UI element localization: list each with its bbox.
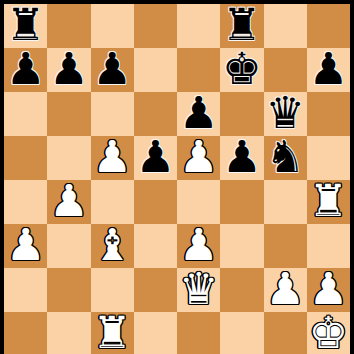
- square-h4[interactable]: ♜: [307, 180, 350, 224]
- piece-white-rook[interactable]: ♜: [92, 311, 131, 354]
- square-f1[interactable]: [220, 312, 263, 354]
- square-e1[interactable]: [177, 312, 220, 354]
- square-d2[interactable]: [134, 268, 177, 312]
- piece-black-rook[interactable]: ♜: [222, 3, 261, 47]
- piece-black-king[interactable]: ♚: [222, 47, 261, 91]
- square-f2[interactable]: [220, 268, 263, 312]
- square-g2[interactable]: ♟: [264, 268, 307, 312]
- piece-white-pawn[interactable]: ♟: [265, 267, 304, 311]
- piece-white-pawn[interactable]: ♟: [179, 135, 218, 179]
- square-d7[interactable]: [134, 48, 177, 92]
- piece-black-pawn[interactable]: ♟: [179, 91, 218, 135]
- square-h2[interactable]: ♟: [307, 268, 350, 312]
- square-f3[interactable]: [220, 224, 263, 268]
- square-c4[interactable]: [91, 180, 134, 224]
- square-a8[interactable]: ♜: [4, 4, 47, 48]
- square-e2[interactable]: ♛: [177, 268, 220, 312]
- square-f4[interactable]: [220, 180, 263, 224]
- piece-white-king[interactable]: ♚: [309, 311, 348, 354]
- square-g5[interactable]: ♞: [264, 136, 307, 180]
- piece-black-queen[interactable]: ♛: [265, 91, 304, 135]
- square-b1[interactable]: [47, 312, 90, 354]
- square-f5[interactable]: ♟: [220, 136, 263, 180]
- square-c1[interactable]: ♜: [91, 312, 134, 354]
- square-d1[interactable]: [134, 312, 177, 354]
- chess-board-frame: ♜♜♟♟♟♚♟♟♛♟♟♟♟♞♟♜♟♝♟♛♟♟♜♚: [0, 0, 354, 354]
- square-b8[interactable]: [47, 4, 90, 48]
- square-f8[interactable]: ♜: [220, 4, 263, 48]
- square-h1[interactable]: ♚: [307, 312, 350, 354]
- piece-white-pawn[interactable]: ♟: [309, 267, 348, 311]
- piece-white-queen[interactable]: ♛: [179, 267, 218, 311]
- square-b2[interactable]: [47, 268, 90, 312]
- square-h6[interactable]: [307, 92, 350, 136]
- square-b4[interactable]: ♟: [47, 180, 90, 224]
- square-c3[interactable]: ♝: [91, 224, 134, 268]
- piece-black-rook[interactable]: ♜: [6, 3, 45, 47]
- square-e5[interactable]: ♟: [177, 136, 220, 180]
- square-d4[interactable]: [134, 180, 177, 224]
- piece-white-pawn[interactable]: ♟: [179, 223, 218, 267]
- piece-black-pawn[interactable]: ♟: [49, 47, 88, 91]
- square-f7[interactable]: ♚: [220, 48, 263, 92]
- piece-white-bishop[interactable]: ♝: [92, 223, 131, 267]
- square-h3[interactable]: [307, 224, 350, 268]
- square-a3[interactable]: ♟: [4, 224, 47, 268]
- square-g6[interactable]: ♛: [264, 92, 307, 136]
- square-e7[interactable]: [177, 48, 220, 92]
- square-a6[interactable]: [4, 92, 47, 136]
- piece-white-pawn[interactable]: ♟: [92, 135, 131, 179]
- square-c6[interactable]: [91, 92, 134, 136]
- piece-black-pawn[interactable]: ♟: [92, 47, 131, 91]
- chess-board: ♜♜♟♟♟♚♟♟♛♟♟♟♟♞♟♜♟♝♟♛♟♟♜♚: [4, 4, 350, 350]
- square-e4[interactable]: [177, 180, 220, 224]
- square-e6[interactable]: ♟: [177, 92, 220, 136]
- square-d6[interactable]: [134, 92, 177, 136]
- square-g8[interactable]: [264, 4, 307, 48]
- piece-black-pawn[interactable]: ♟: [6, 47, 45, 91]
- piece-black-knight[interactable]: ♞: [265, 135, 304, 179]
- piece-white-rook[interactable]: ♜: [309, 179, 348, 223]
- square-g7[interactable]: [264, 48, 307, 92]
- square-c5[interactable]: ♟: [91, 136, 134, 180]
- square-d8[interactable]: [134, 4, 177, 48]
- square-c7[interactable]: ♟: [91, 48, 134, 92]
- square-f6[interactable]: [220, 92, 263, 136]
- square-e3[interactable]: ♟: [177, 224, 220, 268]
- piece-black-pawn[interactable]: ♟: [136, 135, 175, 179]
- square-e8[interactable]: [177, 4, 220, 48]
- square-b7[interactable]: ♟: [47, 48, 90, 92]
- piece-white-pawn[interactable]: ♟: [49, 179, 88, 223]
- square-a5[interactable]: [4, 136, 47, 180]
- square-c2[interactable]: [91, 268, 134, 312]
- square-g4[interactable]: [264, 180, 307, 224]
- square-b3[interactable]: [47, 224, 90, 268]
- square-g3[interactable]: [264, 224, 307, 268]
- square-d3[interactable]: [134, 224, 177, 268]
- piece-black-pawn[interactable]: ♟: [309, 47, 348, 91]
- piece-white-pawn[interactable]: ♟: [6, 223, 45, 267]
- square-a4[interactable]: [4, 180, 47, 224]
- square-h8[interactable]: [307, 4, 350, 48]
- square-a2[interactable]: [4, 268, 47, 312]
- square-c8[interactable]: [91, 4, 134, 48]
- square-h7[interactable]: ♟: [307, 48, 350, 92]
- square-g1[interactable]: [264, 312, 307, 354]
- square-h5[interactable]: [307, 136, 350, 180]
- piece-black-pawn[interactable]: ♟: [222, 135, 261, 179]
- square-b6[interactable]: [47, 92, 90, 136]
- square-b5[interactable]: [47, 136, 90, 180]
- square-a7[interactable]: ♟: [4, 48, 47, 92]
- square-d5[interactable]: ♟: [134, 136, 177, 180]
- square-a1[interactable]: [4, 312, 47, 354]
